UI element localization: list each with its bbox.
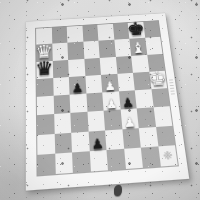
- square-f8: [112, 23, 129, 40]
- square-h8: [143, 21, 160, 38]
- square-d3: [87, 111, 105, 131]
- square-c2: [71, 131, 89, 152]
- square-d6: [84, 58, 101, 76]
- square-d8: [82, 25, 98, 42]
- black-queen-a6: ♛: [35, 59, 54, 79]
- board-frame: ♚♛♝♛♟♟♚♟♟♟♟❈: [35, 20, 179, 176]
- square-e3: [104, 110, 122, 130]
- square-f7: [114, 39, 131, 57]
- square-a6: ♛: [36, 61, 52, 79]
- white-pawn-e4: ♟: [105, 97, 118, 110]
- chess-mat: ♚♛♝♛♟♟♚♟♟♟♟❈: [26, 13, 189, 190]
- square-d2: ♟: [88, 130, 106, 151]
- square-d1: [89, 150, 108, 172]
- square-e5: ♟: [101, 74, 119, 93]
- square-a7: ♛: [36, 44, 52, 62]
- square-a3: [37, 114, 54, 134]
- square-c3: [70, 112, 88, 132]
- white-king-h5: ♚: [148, 69, 169, 89]
- chessboard-photo: ♚♛♝♛♟♟♚♟♟♟♟❈: [0, 0, 200, 200]
- square-c4: [70, 94, 87, 114]
- square-h6: [147, 53, 165, 71]
- square-c8: [67, 26, 83, 43]
- square-a4: [37, 96, 54, 116]
- square-c1: [72, 151, 90, 173]
- square-f5: [117, 73, 135, 92]
- black-pawn-c5: ♟: [71, 82, 83, 95]
- square-b4: [53, 95, 70, 115]
- square-d4: [86, 92, 104, 112]
- square-f4: ♟: [119, 90, 137, 109]
- square-f3: ♟: [120, 109, 139, 129]
- square-e2: [105, 129, 124, 150]
- square-f1: [124, 147, 143, 169]
- square-e6: [100, 56, 117, 74]
- square-b3: [54, 113, 71, 133]
- square-b8: [51, 27, 67, 44]
- square-a8: [36, 28, 52, 45]
- square-e7: [98, 40, 115, 58]
- square-h4: [151, 88, 170, 107]
- square-e4: ♟: [102, 91, 120, 111]
- square-b6: [52, 60, 69, 78]
- margin-print-marks: [169, 80, 175, 95]
- square-h1: ❈: [158, 145, 178, 167]
- square-a5: [37, 78, 54, 97]
- square-h7: [145, 37, 163, 54]
- white-bishop-g7: ♝: [130, 40, 146, 56]
- square-c6: [68, 59, 85, 77]
- square-h5: ♚: [149, 71, 167, 90]
- square-c5: ♟: [69, 76, 86, 95]
- square-e1: [106, 149, 125, 171]
- square-d5: [85, 75, 102, 94]
- square-f2: [122, 128, 141, 149]
- black-pawn-d2: ♟: [91, 137, 104, 151]
- square-c7: [67, 42, 83, 60]
- maker-logo-stamp: ❈: [158, 145, 178, 167]
- square-e8: [97, 24, 114, 41]
- square-a2: [37, 133, 55, 154]
- square-h2: [155, 125, 174, 146]
- square-b5: [53, 77, 70, 96]
- square-a1: [37, 153, 55, 175]
- square-f6: [115, 55, 133, 73]
- square-d7: [83, 41, 100, 59]
- white-pawn-e5: ♟: [104, 79, 116, 92]
- black-pawn-f4: ♟: [121, 96, 134, 109]
- square-b2: [54, 132, 72, 153]
- square-b1: [55, 152, 73, 174]
- chess-board: ♚♛♝♛♟♟♚♟♟♟♟❈: [36, 21, 178, 175]
- square-h3: [153, 106, 172, 126]
- white-queen-a7: ♛: [35, 42, 53, 61]
- square-b7: [52, 43, 68, 61]
- white-pawn-f3: ♟: [123, 115, 136, 129]
